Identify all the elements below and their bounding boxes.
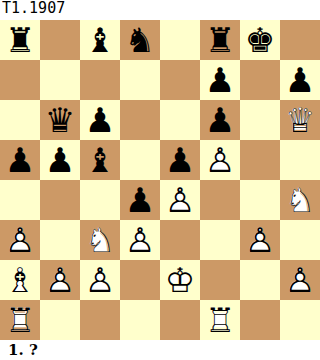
square-e6[interactable] — [160, 100, 200, 140]
square-f7[interactable]: ♟ — [200, 60, 240, 100]
square-e1[interactable] — [160, 300, 200, 340]
square-e3[interactable] — [160, 220, 200, 260]
square-h7[interactable]: ♟ — [280, 60, 320, 100]
square-c8[interactable]: ♝ — [80, 20, 120, 60]
white-pawn: ♙ — [160, 180, 200, 220]
chess-board: ♜♝♞♜♚♟♟♛♟♟♛♕♟♟♝♟♟♙♟♟♙♞♘♟♙♞♘♟♙♟♙♝♗♟♙♟♙♚♔♟… — [0, 20, 320, 340]
square-c3[interactable]: ♞♘ — [80, 220, 120, 260]
black-pawn: ♟ — [0, 140, 40, 180]
square-c1[interactable] — [80, 300, 120, 340]
square-d6[interactable] — [120, 100, 160, 140]
white-knight: ♘ — [80, 220, 120, 260]
square-b8[interactable] — [40, 20, 80, 60]
white-pawn: ♙ — [120, 220, 160, 260]
square-b7[interactable] — [40, 60, 80, 100]
square-f8[interactable]: ♜ — [200, 20, 240, 60]
square-g2[interactable] — [240, 260, 280, 300]
square-b1[interactable] — [40, 300, 80, 340]
square-h4[interactable]: ♞♘ — [280, 180, 320, 220]
white-pawn-fill: ♟ — [120, 220, 160, 260]
puzzle-title: T1.1907 — [0, 0, 65, 17]
square-b3[interactable] — [40, 220, 80, 260]
square-g7[interactable] — [240, 60, 280, 100]
black-pawn: ♟ — [40, 140, 80, 180]
square-f1[interactable]: ♜♖ — [200, 300, 240, 340]
white-pawn-fill: ♟ — [40, 260, 80, 300]
square-g1[interactable] — [240, 300, 280, 340]
black-queen: ♛ — [40, 100, 80, 140]
white-knight: ♘ — [280, 180, 320, 220]
white-pawn-fill: ♟ — [240, 220, 280, 260]
black-bishop: ♝ — [80, 20, 120, 60]
square-c5[interactable]: ♝ — [80, 140, 120, 180]
square-b2[interactable]: ♟♙ — [40, 260, 80, 300]
square-b6[interactable]: ♛ — [40, 100, 80, 140]
square-d5[interactable] — [120, 140, 160, 180]
square-d2[interactable] — [120, 260, 160, 300]
white-queen: ♕ — [280, 100, 320, 140]
white-pawn: ♙ — [80, 260, 120, 300]
white-pawn: ♙ — [280, 260, 320, 300]
square-e4[interactable]: ♟♙ — [160, 180, 200, 220]
square-h3[interactable] — [280, 220, 320, 260]
white-king-fill: ♚ — [160, 260, 200, 300]
square-c7[interactable] — [80, 60, 120, 100]
black-pawn: ♟ — [280, 60, 320, 100]
square-d8[interactable]: ♞ — [120, 20, 160, 60]
black-king: ♚ — [240, 20, 280, 60]
square-a8[interactable]: ♜ — [0, 20, 40, 60]
square-f6[interactable]: ♟ — [200, 100, 240, 140]
square-d4[interactable]: ♟ — [120, 180, 160, 220]
black-bishop: ♝ — [80, 140, 120, 180]
white-pawn: ♙ — [240, 220, 280, 260]
square-d7[interactable] — [120, 60, 160, 100]
square-g5[interactable] — [240, 140, 280, 180]
white-rook-fill: ♜ — [0, 300, 40, 340]
puzzle-header: T1.1907 — [0, 0, 320, 20]
square-c2[interactable]: ♟♙ — [80, 260, 120, 300]
square-a4[interactable] — [0, 180, 40, 220]
square-g6[interactable] — [240, 100, 280, 140]
square-e7[interactable] — [160, 60, 200, 100]
black-knight: ♞ — [120, 20, 160, 60]
white-pawn: ♙ — [200, 140, 240, 180]
square-f5[interactable]: ♟♙ — [200, 140, 240, 180]
move-prompt: 1. ? — [0, 341, 38, 359]
square-e2[interactable]: ♚♔ — [160, 260, 200, 300]
square-a3[interactable]: ♟♙ — [0, 220, 40, 260]
white-rook-fill: ♜ — [200, 300, 240, 340]
square-c6[interactable]: ♟ — [80, 100, 120, 140]
square-h1[interactable] — [280, 300, 320, 340]
square-g4[interactable] — [240, 180, 280, 220]
square-f2[interactable] — [200, 260, 240, 300]
white-bishop: ♗ — [0, 260, 40, 300]
white-pawn-fill: ♟ — [0, 220, 40, 260]
black-rook: ♜ — [200, 20, 240, 60]
square-h5[interactable] — [280, 140, 320, 180]
white-queen-fill: ♛ — [280, 100, 320, 140]
white-pawn-fill: ♟ — [160, 180, 200, 220]
black-pawn: ♟ — [120, 180, 160, 220]
square-a7[interactable] — [0, 60, 40, 100]
square-g3[interactable]: ♟♙ — [240, 220, 280, 260]
black-pawn: ♟ — [200, 100, 240, 140]
square-h6[interactable]: ♛♕ — [280, 100, 320, 140]
white-knight-fill: ♞ — [280, 180, 320, 220]
square-b4[interactable] — [40, 180, 80, 220]
square-d1[interactable] — [120, 300, 160, 340]
white-pawn-fill: ♟ — [200, 140, 240, 180]
square-h2[interactable]: ♟♙ — [280, 260, 320, 300]
white-pawn-fill: ♟ — [280, 260, 320, 300]
black-pawn: ♟ — [200, 60, 240, 100]
square-f3[interactable] — [200, 220, 240, 260]
square-a2[interactable]: ♝♗ — [0, 260, 40, 300]
square-e8[interactable] — [160, 20, 200, 60]
white-rook: ♖ — [0, 300, 40, 340]
white-king: ♔ — [160, 260, 200, 300]
white-knight-fill: ♞ — [80, 220, 120, 260]
square-a6[interactable] — [0, 100, 40, 140]
square-b5[interactable]: ♟ — [40, 140, 80, 180]
square-f4[interactable] — [200, 180, 240, 220]
black-pawn: ♟ — [80, 100, 120, 140]
square-d3[interactable]: ♟♙ — [120, 220, 160, 260]
white-bishop-fill: ♝ — [0, 260, 40, 300]
square-c4[interactable] — [80, 180, 120, 220]
white-pawn-fill: ♟ — [80, 260, 120, 300]
black-rook: ♜ — [0, 20, 40, 60]
square-h8[interactable] — [280, 20, 320, 60]
white-pawn: ♙ — [40, 260, 80, 300]
white-pawn: ♙ — [0, 220, 40, 260]
white-rook: ♖ — [200, 300, 240, 340]
square-a1[interactable]: ♜♖ — [0, 300, 40, 340]
move-prompt-bar: 1. ? — [0, 340, 320, 360]
black-pawn: ♟ — [160, 140, 200, 180]
square-e5[interactable]: ♟ — [160, 140, 200, 180]
square-a5[interactable]: ♟ — [0, 140, 40, 180]
square-g8[interactable]: ♚ — [240, 20, 280, 60]
